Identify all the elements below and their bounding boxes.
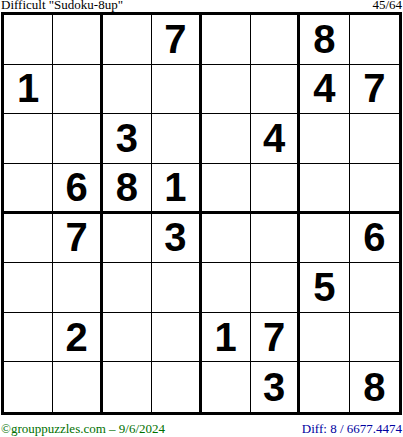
cell-r2c4[interactable] bbox=[152, 65, 201, 115]
cell-r6c8[interactable] bbox=[350, 263, 399, 313]
progress-counter: 45/64 bbox=[372, 0, 402, 11]
cell-r7c8[interactable] bbox=[350, 313, 399, 363]
cell-r6c2[interactable] bbox=[53, 263, 102, 313]
cell-r6c6[interactable] bbox=[251, 263, 300, 313]
cell-r1c7[interactable]: 8 bbox=[300, 15, 349, 65]
cell-r2c2[interactable] bbox=[53, 65, 102, 115]
cell-r1c2[interactable] bbox=[53, 15, 102, 65]
cell-r4c5[interactable] bbox=[202, 164, 251, 214]
cell-r3c5[interactable] bbox=[202, 114, 251, 164]
cell-r4c8[interactable] bbox=[350, 164, 399, 214]
cell-r6c7[interactable]: 5 bbox=[300, 263, 349, 313]
cell-r7c2[interactable]: 2 bbox=[53, 313, 102, 363]
puzzle-title: Difficult "Sudoku-8up" bbox=[1, 0, 123, 11]
cell-r1c1[interactable] bbox=[4, 15, 53, 65]
cell-r2c1[interactable]: 1 bbox=[4, 65, 53, 115]
cell-r7c6[interactable]: 7 bbox=[251, 313, 300, 363]
page-header: Difficult "Sudoku-8up" 45/64 bbox=[1, 0, 402, 11]
cell-r1c3[interactable] bbox=[103, 15, 152, 65]
cell-r6c4[interactable] bbox=[152, 263, 201, 313]
cell-r5c7[interactable] bbox=[300, 214, 349, 264]
difficulty-text: Diff: 8 / 6677.4474 bbox=[302, 421, 402, 436]
cell-r2c8[interactable]: 7 bbox=[350, 65, 399, 115]
cell-r4c1[interactable] bbox=[4, 164, 53, 214]
cell-r3c8[interactable] bbox=[350, 114, 399, 164]
cell-r8c5[interactable] bbox=[202, 362, 251, 412]
cell-r8c3[interactable] bbox=[103, 362, 152, 412]
cell-r5c5[interactable] bbox=[202, 214, 251, 264]
cell-r8c7[interactable] bbox=[300, 362, 349, 412]
cell-r8c6[interactable]: 3 bbox=[251, 362, 300, 412]
cell-r6c3[interactable] bbox=[103, 263, 152, 313]
page-footer: ©grouppuzzles.com – 9/6/2024 Diff: 8 / 6… bbox=[1, 421, 402, 436]
cell-r1c5[interactable] bbox=[202, 15, 251, 65]
cell-r1c8[interactable] bbox=[350, 15, 399, 65]
cell-r4c6[interactable] bbox=[251, 164, 300, 214]
cell-r2c3[interactable] bbox=[103, 65, 152, 115]
cell-r3c7[interactable] bbox=[300, 114, 349, 164]
cell-r4c3[interactable]: 8 bbox=[103, 164, 152, 214]
cell-r1c4[interactable]: 7 bbox=[152, 15, 201, 65]
cell-r8c8[interactable]: 8 bbox=[350, 362, 399, 412]
cell-r2c6[interactable] bbox=[251, 65, 300, 115]
cell-r7c4[interactable] bbox=[152, 313, 201, 363]
cell-r5c6[interactable] bbox=[251, 214, 300, 264]
cell-r7c5[interactable]: 1 bbox=[202, 313, 251, 363]
sudoku-board: 7814734681736521738 bbox=[1, 12, 402, 415]
cell-r7c3[interactable] bbox=[103, 313, 152, 363]
cell-r3c3[interactable]: 3 bbox=[103, 114, 152, 164]
cell-r5c2[interactable]: 7 bbox=[53, 214, 102, 264]
copyright-text: ©grouppuzzles.com – 9/6/2024 bbox=[1, 421, 165, 436]
cell-r2c7[interactable]: 4 bbox=[300, 65, 349, 115]
cell-r8c4[interactable] bbox=[152, 362, 201, 412]
cell-r5c1[interactable] bbox=[4, 214, 53, 264]
cell-r1c6[interactable] bbox=[251, 15, 300, 65]
cell-r8c1[interactable] bbox=[4, 362, 53, 412]
cell-r3c6[interactable]: 4 bbox=[251, 114, 300, 164]
cell-r5c3[interactable] bbox=[103, 214, 152, 264]
cell-r5c8[interactable]: 6 bbox=[350, 214, 399, 264]
cell-r8c2[interactable] bbox=[53, 362, 102, 412]
cell-r5c4[interactable]: 3 bbox=[152, 214, 201, 264]
cell-r3c4[interactable] bbox=[152, 114, 201, 164]
cell-r4c7[interactable] bbox=[300, 164, 349, 214]
cell-r4c4[interactable]: 1 bbox=[152, 164, 201, 214]
cell-r3c1[interactable] bbox=[4, 114, 53, 164]
cell-r3c2[interactable] bbox=[53, 114, 102, 164]
cell-r2c5[interactable] bbox=[202, 65, 251, 115]
cell-r7c1[interactable] bbox=[4, 313, 53, 363]
cell-r6c5[interactable] bbox=[202, 263, 251, 313]
cell-r6c1[interactable] bbox=[4, 263, 53, 313]
cell-r7c7[interactable] bbox=[300, 313, 349, 363]
puzzle-page: Difficult "Sudoku-8up" 45/64 78147346817… bbox=[0, 0, 403, 437]
cell-r4c2[interactable]: 6 bbox=[53, 164, 102, 214]
